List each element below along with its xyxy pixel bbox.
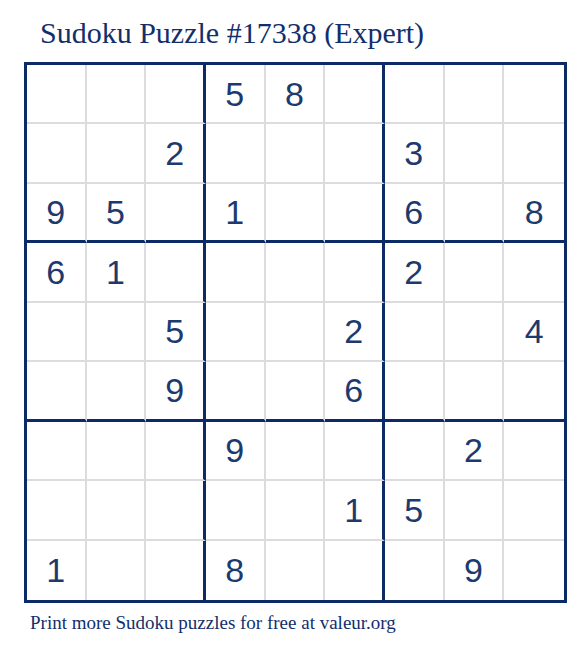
cell-r6c2 bbox=[87, 362, 147, 421]
cell-r5c5 bbox=[266, 303, 326, 362]
cell-r5c4 bbox=[206, 303, 266, 362]
cell-r9c9 bbox=[504, 541, 564, 600]
cell-r2c4 bbox=[206, 124, 266, 183]
cell-r8c2 bbox=[87, 481, 147, 540]
cell-r6c6: 6 bbox=[325, 362, 385, 421]
cell-r1c2 bbox=[87, 65, 147, 124]
cell-r3c2: 5 bbox=[87, 184, 147, 243]
cell-r7c8: 2 bbox=[445, 422, 505, 481]
cell-r6c7 bbox=[385, 362, 445, 421]
cell-r5c6: 2 bbox=[325, 303, 385, 362]
cell-r4c3 bbox=[146, 243, 206, 302]
cell-r2c5 bbox=[266, 124, 326, 183]
cell-r3c6 bbox=[325, 184, 385, 243]
cell-r6c3: 9 bbox=[146, 362, 206, 421]
cell-r9c7 bbox=[385, 541, 445, 600]
cell-r8c6: 1 bbox=[325, 481, 385, 540]
cell-r4c4 bbox=[206, 243, 266, 302]
cell-r6c4 bbox=[206, 362, 266, 421]
cell-r3c5 bbox=[266, 184, 326, 243]
cell-r3c4: 1 bbox=[206, 184, 266, 243]
cell-r1c1 bbox=[27, 65, 87, 124]
cell-r6c9 bbox=[504, 362, 564, 421]
cell-r5c2 bbox=[87, 303, 147, 362]
cell-r9c1: 1 bbox=[27, 541, 87, 600]
cell-r9c3 bbox=[146, 541, 206, 600]
cell-r1c9 bbox=[504, 65, 564, 124]
footer-note: Print more Sudoku puzzles for free at va… bbox=[30, 612, 396, 634]
cell-r5c8 bbox=[445, 303, 505, 362]
cell-r8c7: 5 bbox=[385, 481, 445, 540]
cell-r3c1: 9 bbox=[27, 184, 87, 243]
cell-r4c8 bbox=[445, 243, 505, 302]
cell-r2c8 bbox=[445, 124, 505, 183]
cell-r8c9 bbox=[504, 481, 564, 540]
sudoku-board: 582395168612524969215189 bbox=[24, 62, 567, 603]
cell-r6c5 bbox=[266, 362, 326, 421]
cell-r7c9 bbox=[504, 422, 564, 481]
cell-r2c6 bbox=[325, 124, 385, 183]
cell-r8c3 bbox=[146, 481, 206, 540]
cell-r5c3: 5 bbox=[146, 303, 206, 362]
cell-r9c6 bbox=[325, 541, 385, 600]
cell-r1c5: 8 bbox=[266, 65, 326, 124]
page: Sudoku Puzzle #17338 (Expert) 5823951686… bbox=[0, 0, 580, 651]
cell-r5c9: 4 bbox=[504, 303, 564, 362]
cell-r9c2 bbox=[87, 541, 147, 600]
cell-r3c9: 8 bbox=[504, 184, 564, 243]
cell-r1c3 bbox=[146, 65, 206, 124]
cell-r7c6 bbox=[325, 422, 385, 481]
cell-r8c1 bbox=[27, 481, 87, 540]
cell-r8c5 bbox=[266, 481, 326, 540]
cell-r4c9 bbox=[504, 243, 564, 302]
cell-r1c4: 5 bbox=[206, 65, 266, 124]
cell-r7c1 bbox=[27, 422, 87, 481]
cell-r2c3: 2 bbox=[146, 124, 206, 183]
cell-r3c7: 6 bbox=[385, 184, 445, 243]
cell-r9c5 bbox=[266, 541, 326, 600]
cell-r1c6 bbox=[325, 65, 385, 124]
cell-r6c1 bbox=[27, 362, 87, 421]
cell-r7c3 bbox=[146, 422, 206, 481]
cell-r7c2 bbox=[87, 422, 147, 481]
cell-r1c7 bbox=[385, 65, 445, 124]
cell-r5c1 bbox=[27, 303, 87, 362]
cell-r4c7: 2 bbox=[385, 243, 445, 302]
cell-r2c9 bbox=[504, 124, 564, 183]
cell-r3c8 bbox=[445, 184, 505, 243]
cell-r8c4 bbox=[206, 481, 266, 540]
cell-r8c8 bbox=[445, 481, 505, 540]
cell-r9c8: 9 bbox=[445, 541, 505, 600]
cell-r6c8 bbox=[445, 362, 505, 421]
cell-r4c1: 6 bbox=[27, 243, 87, 302]
cell-r5c7 bbox=[385, 303, 445, 362]
cell-r4c6 bbox=[325, 243, 385, 302]
cell-r2c7: 3 bbox=[385, 124, 445, 183]
cell-r4c5 bbox=[266, 243, 326, 302]
cell-r9c4: 8 bbox=[206, 541, 266, 600]
page-title: Sudoku Puzzle #17338 (Expert) bbox=[40, 16, 424, 50]
cell-r7c4: 9 bbox=[206, 422, 266, 481]
cell-r7c7 bbox=[385, 422, 445, 481]
cell-r2c2 bbox=[87, 124, 147, 183]
cell-r3c3 bbox=[146, 184, 206, 243]
cell-r1c8 bbox=[445, 65, 505, 124]
cell-r4c2: 1 bbox=[87, 243, 147, 302]
cell-r7c5 bbox=[266, 422, 326, 481]
cell-r2c1 bbox=[27, 124, 87, 183]
